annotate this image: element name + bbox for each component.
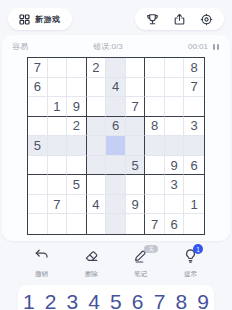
cell-r8c4[interactable]: 4: [87, 195, 107, 215]
cell-r4c1[interactable]: [28, 117, 48, 137]
cell-r2c5[interactable]: 4: [106, 78, 126, 98]
cell-r6c2[interactable]: [48, 156, 68, 176]
cell-r1c7[interactable]: [145, 58, 165, 78]
new-game-button[interactable]: 新游戏: [8, 8, 72, 30]
numpad-7[interactable]: 7: [154, 291, 166, 310]
cell-r8c3[interactable]: [67, 195, 87, 215]
cell-r4c9[interactable]: 3: [184, 117, 204, 137]
numpad-2[interactable]: 2: [45, 291, 57, 310]
numpad-5[interactable]: 5: [110, 291, 122, 310]
cell-r1c2[interactable]: [48, 58, 68, 78]
cell-r7c6[interactable]: [126, 175, 146, 195]
cell-r9c3[interactable]: [67, 214, 87, 234]
numpad-3[interactable]: 3: [67, 291, 79, 310]
cell-r2c8[interactable]: [165, 78, 185, 98]
cell-r3c9[interactable]: [184, 97, 204, 117]
header-actions: [135, 8, 224, 30]
cell-r8c9[interactable]: 1: [184, 195, 204, 215]
cell-r2c2[interactable]: [48, 78, 68, 98]
cell-r7c4[interactable]: [87, 175, 107, 195]
cell-r5c9[interactable]: [184, 136, 204, 156]
cell-r6c9[interactable]: 6: [184, 156, 204, 176]
cell-r2c3[interactable]: [67, 78, 87, 98]
cell-r4c2[interactable]: [48, 117, 68, 137]
cell-r7c5[interactable]: [106, 175, 126, 195]
cell-r9c5[interactable]: [106, 214, 126, 234]
cell-r1c6[interactable]: [126, 58, 146, 78]
cell-r4c8[interactable]: [165, 117, 185, 137]
cell-r8c2[interactable]: 7: [48, 195, 68, 215]
pause-button[interactable]: [212, 43, 220, 51]
cell-r6c5[interactable]: [106, 156, 126, 176]
cell-r9c1[interactable]: [28, 214, 48, 234]
cell-r9c8[interactable]: 6: [165, 214, 185, 234]
cell-r7c1[interactable]: [28, 175, 48, 195]
cell-r9c7[interactable]: 7: [145, 214, 165, 234]
cell-r5c4[interactable]: [87, 136, 107, 156]
erase-label: 擦除: [85, 270, 98, 279]
cell-r8c7[interactable]: [145, 195, 165, 215]
eraser-icon: [83, 248, 100, 268]
cell-r2c1[interactable]: 6: [28, 78, 48, 98]
cell-r2c9[interactable]: 7: [184, 78, 204, 98]
cell-r5c6[interactable]: [126, 136, 146, 156]
timer: 00:01: [188, 42, 208, 51]
cell-r3c8[interactable]: [165, 97, 185, 117]
cell-r4c5[interactable]: 6: [106, 117, 126, 137]
cell-r1c5[interactable]: [106, 58, 126, 78]
sudoku-board: 7286471972683559653749176: [27, 57, 205, 235]
cell-r7c9[interactable]: [184, 175, 204, 195]
toolbar: 撤销 擦除 关 笔记 1 提示: [0, 248, 232, 279]
cell-r4c6[interactable]: [126, 117, 146, 137]
cell-r5c7[interactable]: [145, 136, 165, 156]
numpad-6[interactable]: 6: [132, 291, 144, 310]
cell-r1c1[interactable]: 7: [28, 58, 48, 78]
erase-button[interactable]: 擦除: [83, 248, 100, 279]
cell-r5c5[interactable]: [106, 136, 126, 156]
cell-r8c6[interactable]: 9: [126, 195, 146, 215]
mistakes-counter: 错误:0/3: [93, 41, 122, 52]
cell-r3c3[interactable]: 9: [67, 97, 87, 117]
hint-label: 提示: [184, 270, 197, 279]
cell-r2c4[interactable]: [87, 78, 107, 98]
cell-r7c2[interactable]: [48, 175, 68, 195]
cell-r6c6[interactable]: 5: [126, 156, 146, 176]
difficulty-label: 容易: [12, 41, 28, 52]
notes-label: 笔记: [134, 270, 147, 279]
cell-r6c4[interactable]: [87, 156, 107, 176]
cell-r7c7[interactable]: [145, 175, 165, 195]
cell-r3c7[interactable]: [145, 97, 165, 117]
cell-r9c4[interactable]: [87, 214, 107, 234]
cell-r8c1[interactable]: [28, 195, 48, 215]
board-card: 容易 错误:0/3 00:01 728647197268355965374917…: [2, 35, 230, 241]
share-icon[interactable]: [173, 13, 186, 26]
cell-r3c1[interactable]: [28, 97, 48, 117]
hint-button[interactable]: 1 提示: [182, 248, 199, 279]
cell-r5c3[interactable]: [67, 136, 87, 156]
cell-r3c2[interactable]: 1: [48, 97, 68, 117]
cell-r1c3[interactable]: [67, 58, 87, 78]
cell-r5c1[interactable]: 5: [28, 136, 48, 156]
new-game-label: 新游戏: [35, 14, 61, 25]
numpad-1[interactable]: 1: [23, 291, 35, 310]
cell-r5c8[interactable]: [165, 136, 185, 156]
status-bar: 容易 错误:0/3 00:01: [2, 40, 230, 53]
cell-r4c7[interactable]: 8: [145, 117, 165, 137]
numpad-4[interactable]: 4: [88, 291, 100, 310]
cell-r2c6[interactable]: [126, 78, 146, 98]
undo-icon: [33, 248, 50, 268]
top-bar: 新游戏: [0, 0, 232, 30]
cell-r4c4[interactable]: [87, 117, 107, 137]
cell-r3c4[interactable]: [87, 97, 107, 117]
cell-r8c5[interactable]: [106, 195, 126, 215]
number-pad: 1 2 3 4 5 6 7 8 9: [18, 285, 214, 310]
grid-icon: [19, 14, 30, 25]
cell-r3c5[interactable]: [106, 97, 126, 117]
cell-r5c2[interactable]: [48, 136, 68, 156]
settings-icon[interactable]: [200, 13, 213, 26]
numpad-9[interactable]: 9: [197, 291, 209, 310]
notes-button[interactable]: 关 笔记: [132, 248, 149, 279]
hint-badge: 1: [193, 244, 203, 254]
undo-label: 撤销: [35, 270, 48, 279]
numpad-8[interactable]: 8: [175, 291, 187, 310]
notes-badge: 关: [144, 245, 158, 253]
cell-r1c4[interactable]: 2: [87, 58, 107, 78]
undo-button[interactable]: 撤销: [33, 248, 50, 279]
cell-r7c8[interactable]: 3: [165, 175, 185, 195]
cell-r9c9[interactable]: [184, 214, 204, 234]
cell-r1c8[interactable]: [165, 58, 185, 78]
cell-r9c6[interactable]: [126, 214, 146, 234]
trophy-icon[interactable]: [146, 13, 159, 26]
cell-r6c3[interactable]: [67, 156, 87, 176]
cell-r1c9[interactable]: 8: [184, 58, 204, 78]
cell-r3c6[interactable]: 7: [126, 97, 146, 117]
cell-r4c3[interactable]: 2: [67, 117, 87, 137]
cell-r6c7[interactable]: [145, 156, 165, 176]
cell-r2c7[interactable]: [145, 78, 165, 98]
cell-r9c2[interactable]: [48, 214, 68, 234]
cell-r6c8[interactable]: 9: [165, 156, 185, 176]
cell-r6c1[interactable]: [28, 156, 48, 176]
cell-r7c3[interactable]: 5: [67, 175, 87, 195]
cell-r8c8[interactable]: [165, 195, 185, 215]
